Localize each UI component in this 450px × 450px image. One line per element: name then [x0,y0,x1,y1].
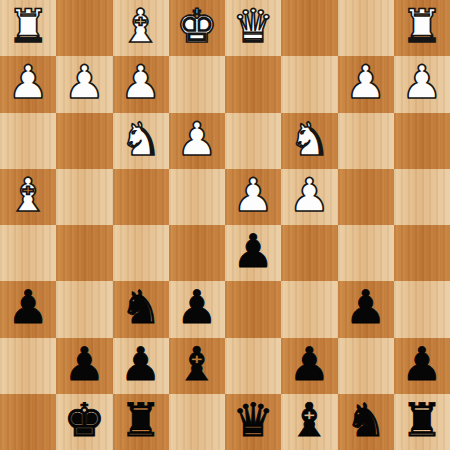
square-f1[interactable]: ♝ [113,0,169,56]
white-bishop[interactable]: ♝ [120,3,161,49]
square-d5[interactable]: ♟ [225,225,281,281]
white-rook[interactable]: ♜ [401,3,442,49]
black-queen[interactable]: ♛ [233,397,274,443]
square-g1[interactable] [56,0,112,56]
square-h2[interactable]: ♟ [0,56,56,112]
black-pawn[interactable]: ♟ [176,284,217,330]
square-c5[interactable] [281,225,337,281]
white-knight[interactable]: ♞ [289,116,330,162]
square-d3[interactable] [225,113,281,169]
square-g7[interactable]: ♟ [56,338,112,394]
black-knight[interactable]: ♞ [345,397,386,443]
square-d6[interactable] [225,281,281,337]
black-rook[interactable]: ♜ [120,397,161,443]
black-pawn[interactable]: ♟ [120,341,161,387]
square-h8[interactable] [0,394,56,450]
square-a5[interactable] [394,225,450,281]
square-h3[interactable] [0,113,56,169]
square-b2[interactable]: ♟ [338,56,394,112]
square-e1[interactable]: ♚ [169,0,225,56]
square-g6[interactable] [56,281,112,337]
white-bishop[interactable]: ♝ [8,172,49,218]
square-f5[interactable] [113,225,169,281]
square-e2[interactable] [169,56,225,112]
black-knight[interactable]: ♞ [120,284,161,330]
square-e4[interactable] [169,169,225,225]
black-rook[interactable]: ♜ [401,397,442,443]
square-d4[interactable]: ♟ [225,169,281,225]
square-f2[interactable]: ♟ [113,56,169,112]
black-bishop[interactable]: ♝ [289,397,330,443]
square-g4[interactable] [56,169,112,225]
square-b6[interactable]: ♟ [338,281,394,337]
square-d1[interactable]: ♛ [225,0,281,56]
square-f6[interactable]: ♞ [113,281,169,337]
white-pawn[interactable]: ♟ [289,172,330,218]
square-h7[interactable] [0,338,56,394]
square-h4[interactable]: ♝ [0,169,56,225]
white-knight[interactable]: ♞ [120,116,161,162]
square-e7[interactable]: ♝ [169,338,225,394]
square-b4[interactable] [338,169,394,225]
black-pawn[interactable]: ♟ [345,284,386,330]
square-e5[interactable] [169,225,225,281]
square-a8[interactable]: ♜ [394,394,450,450]
square-d8[interactable]: ♛ [225,394,281,450]
white-queen[interactable]: ♛ [233,3,274,49]
square-a2[interactable]: ♟ [394,56,450,112]
square-a4[interactable] [394,169,450,225]
square-h1[interactable]: ♜ [0,0,56,56]
black-pawn[interactable]: ♟ [8,284,49,330]
black-pawn[interactable]: ♟ [401,341,442,387]
square-e3[interactable]: ♟ [169,113,225,169]
white-pawn[interactable]: ♟ [345,59,386,105]
square-g5[interactable] [56,225,112,281]
square-b8[interactable]: ♞ [338,394,394,450]
square-a3[interactable] [394,113,450,169]
square-b1[interactable] [338,0,394,56]
white-king[interactable]: ♚ [176,3,217,49]
square-b3[interactable] [338,113,394,169]
square-f7[interactable]: ♟ [113,338,169,394]
white-pawn[interactable]: ♟ [233,172,274,218]
square-a6[interactable] [394,281,450,337]
black-pawn[interactable]: ♟ [289,341,330,387]
square-a1[interactable]: ♜ [394,0,450,56]
square-c1[interactable] [281,0,337,56]
black-bishop[interactable]: ♝ [176,341,217,387]
square-e8[interactable] [169,394,225,450]
square-d2[interactable] [225,56,281,112]
square-e6[interactable]: ♟ [169,281,225,337]
square-c6[interactable] [281,281,337,337]
square-c4[interactable]: ♟ [281,169,337,225]
square-f8[interactable]: ♜ [113,394,169,450]
square-f4[interactable] [113,169,169,225]
square-b7[interactable] [338,338,394,394]
white-pawn[interactable]: ♟ [176,116,217,162]
square-c8[interactable]: ♝ [281,394,337,450]
black-king[interactable]: ♚ [64,397,105,443]
square-b5[interactable] [338,225,394,281]
chess-board: ♜♝♚♛♜♟♟♟♟♟♞♟♞♝♟♟♟♟♞♟♟♟♟♝♟♟♚♜♛♝♞♜ [0,0,450,450]
square-d7[interactable] [225,338,281,394]
square-g3[interactable] [56,113,112,169]
white-pawn[interactable]: ♟ [64,59,105,105]
white-pawn[interactable]: ♟ [8,59,49,105]
square-c3[interactable]: ♞ [281,113,337,169]
square-c7[interactable]: ♟ [281,338,337,394]
square-a7[interactable]: ♟ [394,338,450,394]
square-f3[interactable]: ♞ [113,113,169,169]
square-h6[interactable]: ♟ [0,281,56,337]
square-g8[interactable]: ♚ [56,394,112,450]
square-g2[interactable]: ♟ [56,56,112,112]
white-rook[interactable]: ♜ [8,3,49,49]
square-c2[interactable] [281,56,337,112]
white-pawn[interactable]: ♟ [401,59,442,105]
black-pawn[interactable]: ♟ [233,228,274,274]
white-pawn[interactable]: ♟ [120,59,161,105]
square-h5[interactable] [0,225,56,281]
black-pawn[interactable]: ♟ [64,341,105,387]
